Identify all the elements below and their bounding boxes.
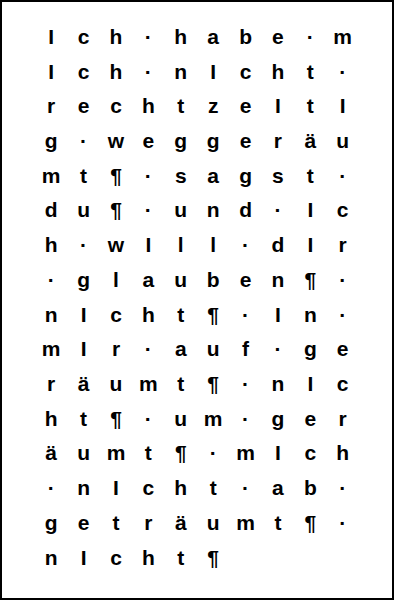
letter-cell: c <box>132 470 164 505</box>
pilcrow-cell: ¶ <box>294 505 326 540</box>
letter-cell: d <box>262 227 294 262</box>
letter-cell: c <box>327 193 359 228</box>
empty-cell <box>327 540 359 575</box>
letter-cell: r <box>327 401 359 436</box>
letter-cell: h <box>132 297 164 332</box>
letter-cell: t <box>294 54 326 89</box>
letter-cell: n <box>35 297 67 332</box>
letter-cell: g <box>197 123 229 158</box>
letter-cell: I <box>100 470 132 505</box>
letter-cell: u <box>327 123 359 158</box>
empty-cell <box>262 540 294 575</box>
letter-cell: t <box>197 470 229 505</box>
separator-dot-cell: · <box>327 297 359 332</box>
letter-cell: I <box>35 54 67 89</box>
letter-cell: g <box>294 331 326 366</box>
pilcrow-cell: ¶ <box>100 158 132 193</box>
letter-cell: t <box>165 540 197 575</box>
letter-cell: a <box>197 158 229 193</box>
separator-dot-cell: · <box>229 227 261 262</box>
separator-dot-cell: · <box>67 227 99 262</box>
letter-cell: g <box>262 401 294 436</box>
letter-cell: b <box>197 262 229 297</box>
letter-cell: ä <box>294 123 326 158</box>
letter-cell: f <box>229 331 261 366</box>
separator-dot-cell: · <box>294 19 326 54</box>
letter-cell: h <box>165 19 197 54</box>
letter-cell: d <box>35 193 67 228</box>
letter-cell: I <box>262 436 294 471</box>
letter-cell: w <box>100 123 132 158</box>
letter-cell: I <box>262 297 294 332</box>
letter-cell: t <box>67 158 99 193</box>
letter-cell: c <box>67 19 99 54</box>
letter-cell: t <box>165 366 197 401</box>
letter-cell: t <box>100 505 132 540</box>
letter-cell: m <box>35 158 67 193</box>
letter-cell: e <box>262 19 294 54</box>
letter-cell: r <box>262 123 294 158</box>
letter-cell: c <box>294 436 326 471</box>
letter-cell: c <box>100 540 132 575</box>
letter-cell: u <box>165 193 197 228</box>
letter-cell: m <box>35 331 67 366</box>
letter-cell: s <box>262 158 294 193</box>
separator-dot-cell: · <box>132 331 164 366</box>
separator-dot-cell: · <box>327 158 359 193</box>
separator-dot-cell: · <box>327 470 359 505</box>
separator-dot-cell: · <box>35 262 67 297</box>
letter-cell: a <box>165 331 197 366</box>
letter-cell: r <box>327 227 359 262</box>
letter-cell: l <box>165 227 197 262</box>
pilcrow-cell: ¶ <box>294 262 326 297</box>
letter-cell: ä <box>165 505 197 540</box>
letter-cell: r <box>35 88 67 123</box>
letter-cell: c <box>327 366 359 401</box>
separator-dot-cell: · <box>229 366 261 401</box>
separator-dot-cell: · <box>67 123 99 158</box>
letter-cell: t <box>294 88 326 123</box>
letter-cell: u <box>67 436 99 471</box>
separator-dot-cell: · <box>262 193 294 228</box>
letter-cell: I <box>327 88 359 123</box>
letter-cell: ä <box>67 366 99 401</box>
letter-cell: h <box>100 19 132 54</box>
letter-cell: u <box>165 262 197 297</box>
letter-cell: I <box>294 193 326 228</box>
letter-cell: n <box>67 470 99 505</box>
letter-cell: m <box>229 436 261 471</box>
pilcrow-cell: ¶ <box>197 297 229 332</box>
letter-cell: r <box>100 331 132 366</box>
letter-cell: a <box>132 262 164 297</box>
letter-cell: a <box>262 470 294 505</box>
separator-dot-cell: · <box>132 401 164 436</box>
letter-cell: t <box>165 88 197 123</box>
letter-cell: u <box>100 366 132 401</box>
separator-dot-cell: · <box>35 470 67 505</box>
separator-dot-cell: · <box>197 436 229 471</box>
pilcrow-cell: ¶ <box>100 193 132 228</box>
letter-cell: e <box>229 123 261 158</box>
letter-cell: h <box>262 54 294 89</box>
letter-cell: n <box>262 366 294 401</box>
letter-cell: u <box>197 331 229 366</box>
letter-cell: e <box>294 401 326 436</box>
letter-cell: n <box>262 262 294 297</box>
separator-dot-cell: · <box>132 54 164 89</box>
letter-cell: ä <box>35 436 67 471</box>
letter-cell: e <box>229 88 261 123</box>
letter-cell: s <box>165 158 197 193</box>
separator-dot-cell: · <box>229 470 261 505</box>
letter-cell: c <box>100 88 132 123</box>
pilcrow-cell: ¶ <box>165 436 197 471</box>
letter-cell: I <box>35 19 67 54</box>
letter-cell: I <box>67 540 99 575</box>
letter-cell: h <box>35 401 67 436</box>
letter-cell: h <box>132 540 164 575</box>
letter-cell: h <box>100 54 132 89</box>
letter-cell: u <box>67 193 99 228</box>
letter-cell: e <box>327 331 359 366</box>
letter-cell: h <box>35 227 67 262</box>
letter-cell: d <box>229 193 261 228</box>
pilcrow-cell: ¶ <box>197 540 229 575</box>
letter-cell: z <box>197 88 229 123</box>
letter-cell: I <box>197 54 229 89</box>
letter-cell: u <box>165 401 197 436</box>
pilcrow-cell: ¶ <box>197 366 229 401</box>
letter-cell: h <box>132 88 164 123</box>
pilcrow-cell: ¶ <box>100 401 132 436</box>
letter-cell: u <box>197 505 229 540</box>
letter-cell: n <box>197 193 229 228</box>
separator-dot-cell: · <box>132 193 164 228</box>
separator-dot-cell: · <box>229 401 261 436</box>
separator-dot-cell: · <box>262 331 294 366</box>
separator-dot-cell: · <box>327 262 359 297</box>
separator-dot-cell: · <box>229 297 261 332</box>
letter-cell: c <box>67 54 99 89</box>
letter-cell: m <box>229 505 261 540</box>
empty-cell <box>229 540 261 575</box>
letter-cell: a <box>197 19 229 54</box>
letter-cell: g <box>67 262 99 297</box>
letter-cell: I <box>132 227 164 262</box>
letter-cell: t <box>294 158 326 193</box>
letter-cell: I <box>262 88 294 123</box>
letter-cell: m <box>132 366 164 401</box>
letter-cell: t <box>132 436 164 471</box>
letter-cell: n <box>165 54 197 89</box>
letter-cell: w <box>100 227 132 262</box>
letter-grid: Ich·habe·mIch·nIcht·rechtzeItIg·weggeräu… <box>35 19 359 575</box>
letter-cell: m <box>197 401 229 436</box>
empty-cell <box>294 540 326 575</box>
letter-cell: e <box>67 88 99 123</box>
letter-cell: r <box>35 366 67 401</box>
separator-dot-cell: · <box>132 19 164 54</box>
letter-cell: b <box>229 19 261 54</box>
letter-cell: r <box>132 505 164 540</box>
letter-cell: h <box>327 436 359 471</box>
letter-cell: m <box>327 19 359 54</box>
letter-cell: l <box>197 227 229 262</box>
letter-cell: t <box>67 401 99 436</box>
letter-cell: e <box>229 262 261 297</box>
letter-cell: g <box>229 158 261 193</box>
letter-cell: h <box>165 470 197 505</box>
letter-cell: g <box>165 123 197 158</box>
letter-cell: t <box>262 505 294 540</box>
letter-cell: m <box>100 436 132 471</box>
letter-cell: I <box>294 227 326 262</box>
letter-cell: e <box>67 505 99 540</box>
letter-cell: n <box>35 540 67 575</box>
letter-cell: e <box>132 123 164 158</box>
letter-cell: c <box>100 297 132 332</box>
letter-cell: b <box>294 470 326 505</box>
letter-cell: c <box>229 54 261 89</box>
letter-cell: n <box>294 297 326 332</box>
letter-cell: t <box>165 297 197 332</box>
separator-dot-cell: · <box>327 505 359 540</box>
separator-dot-cell: · <box>132 158 164 193</box>
letter-cell: g <box>35 123 67 158</box>
letter-cell: I <box>294 366 326 401</box>
letter-cell: l <box>100 262 132 297</box>
letter-cell: I <box>67 297 99 332</box>
separator-dot-cell: · <box>327 54 359 89</box>
poem-page: Ich·habe·mIch·nIcht·rechtzeItIg·weggeräu… <box>0 0 394 600</box>
letter-cell: I <box>67 331 99 366</box>
letter-cell: g <box>35 505 67 540</box>
